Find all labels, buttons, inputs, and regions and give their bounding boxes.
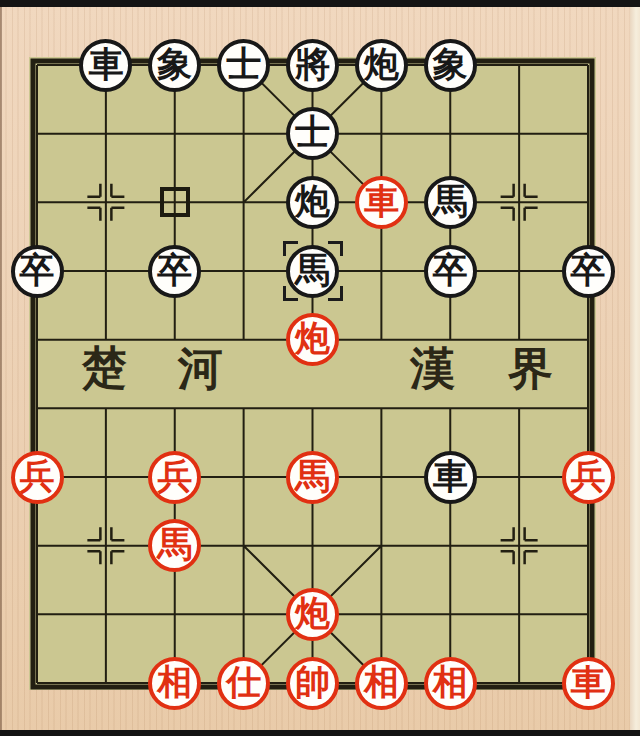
piece-glyph: 車 bbox=[364, 184, 399, 219]
piece-black-soldier-i4[interactable]: 卒 bbox=[562, 245, 615, 298]
piece-red-horse-e7[interactable]: 馬 bbox=[286, 451, 339, 504]
piece-red-soldier-a7[interactable]: 兵 bbox=[11, 451, 64, 504]
piece-red-chariot-i10[interactable]: 車 bbox=[562, 657, 615, 710]
piece-red-elephant-c10[interactable]: 相 bbox=[148, 657, 201, 710]
river-label-jie: 界 bbox=[508, 347, 553, 392]
piece-red-general-e10[interactable]: 帥 bbox=[286, 657, 339, 710]
piece-red-elephant-g10[interactable]: 相 bbox=[424, 657, 477, 710]
piece-glyph: 卒 bbox=[157, 253, 192, 288]
piece-black-advisor-e2[interactable]: 士 bbox=[286, 107, 339, 160]
piece-glyph: 卒 bbox=[571, 253, 606, 288]
piece-black-elephant-c1[interactable]: 象 bbox=[148, 39, 201, 92]
piece-red-advisor-d10[interactable]: 仕 bbox=[217, 657, 270, 710]
piece-glyph: 士 bbox=[295, 115, 330, 150]
piece-glyph: 馬 bbox=[433, 184, 468, 219]
piece-glyph: 士 bbox=[226, 47, 261, 82]
piece-red-soldier-i7[interactable]: 兵 bbox=[562, 451, 615, 504]
piece-black-general-e1[interactable]: 將 bbox=[286, 39, 339, 92]
piece-red-advisor-f10[interactable]: 相 bbox=[355, 657, 408, 710]
piece-red-soldier-c7[interactable]: 兵 bbox=[148, 451, 201, 504]
piece-glyph: 車 bbox=[571, 665, 606, 700]
bottom-letterbox-bar bbox=[0, 730, 640, 736]
piece-glyph: 卒 bbox=[20, 253, 55, 288]
piece-black-cannon-f1[interactable]: 炮 bbox=[355, 39, 408, 92]
piece-black-elephant-g1[interactable]: 象 bbox=[424, 39, 477, 92]
piece-black-chariot-b1[interactable]: 車 bbox=[79, 39, 132, 92]
piece-red-chariot-f3[interactable]: 車 bbox=[355, 176, 408, 229]
piece-black-cannon-e3[interactable]: 炮 bbox=[286, 176, 339, 229]
river-label-han: 漢 bbox=[410, 347, 455, 392]
river-label-he: 河 bbox=[178, 347, 223, 392]
piece-black-advisor-d1[interactable]: 士 bbox=[217, 39, 270, 92]
piece-glyph: 炮 bbox=[364, 47, 399, 82]
piece-glyph: 馬 bbox=[157, 527, 192, 562]
piece-glyph: 相 bbox=[364, 665, 399, 700]
piece-glyph: 車 bbox=[433, 459, 468, 494]
piece-black-soldier-g4[interactable]: 卒 bbox=[424, 245, 477, 298]
river-label-chu: 楚 bbox=[82, 346, 127, 391]
piece-glyph: 炮 bbox=[295, 184, 330, 219]
piece-black-soldier-a4[interactable]: 卒 bbox=[11, 245, 64, 298]
xiangqi-game-screen: 楚 河 漢 界 車象士將炮象士炮車馬卒卒馬卒卒炮兵兵馬車兵馬炮相仕帥相相車 bbox=[0, 0, 640, 736]
piece-glyph: 象 bbox=[433, 47, 468, 82]
piece-glyph: 卒 bbox=[433, 253, 468, 288]
piece-glyph: 馬 bbox=[295, 459, 330, 494]
last-move-from-marker bbox=[160, 187, 190, 217]
piece-glyph: 相 bbox=[433, 665, 468, 700]
piece-glyph: 炮 bbox=[295, 321, 330, 356]
piece-glyph: 兵 bbox=[20, 459, 55, 494]
piece-red-cannon-e9[interactable]: 炮 bbox=[286, 588, 339, 641]
piece-black-chariot-g7[interactable]: 車 bbox=[424, 451, 477, 504]
piece-glyph: 馬 bbox=[295, 253, 330, 288]
piece-black-soldier-c4[interactable]: 卒 bbox=[148, 245, 201, 298]
piece-black-horse-g3[interactable]: 馬 bbox=[424, 176, 477, 229]
piece-glyph: 仕 bbox=[226, 665, 261, 700]
piece-glyph: 車 bbox=[88, 47, 123, 82]
piece-red-cannon-e5[interactable]: 炮 bbox=[286, 313, 339, 366]
piece-glyph: 將 bbox=[295, 47, 330, 82]
piece-glyph: 炮 bbox=[295, 596, 330, 631]
piece-glyph: 帥 bbox=[295, 665, 330, 700]
top-letterbox-bar bbox=[0, 0, 640, 7]
piece-black-horse-e4[interactable]: 馬 bbox=[286, 245, 339, 298]
piece-glyph: 兵 bbox=[571, 459, 606, 494]
piece-glyph: 象 bbox=[157, 47, 192, 82]
piece-glyph: 兵 bbox=[157, 459, 192, 494]
piece-glyph: 相 bbox=[157, 665, 192, 700]
